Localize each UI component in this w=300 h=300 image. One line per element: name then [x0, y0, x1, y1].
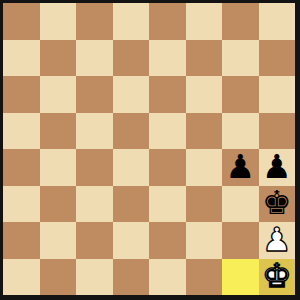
square-h6[interactable] — [259, 76, 296, 113]
square-e8[interactable] — [149, 3, 186, 40]
square-c4[interactable] — [76, 149, 113, 186]
square-g3[interactable] — [222, 186, 259, 223]
square-g5[interactable] — [222, 113, 259, 150]
square-b4[interactable] — [40, 149, 77, 186]
square-h7[interactable] — [259, 40, 296, 77]
square-e4[interactable] — [149, 149, 186, 186]
square-h3[interactable]: ♚ — [259, 186, 296, 223]
chess-board: ♟♟♚♟♚ — [3, 3, 295, 295]
square-b6[interactable] — [40, 76, 77, 113]
square-h2[interactable]: ♟ — [259, 222, 296, 259]
square-d2[interactable] — [113, 222, 150, 259]
square-h8[interactable] — [259, 3, 296, 40]
square-h4[interactable]: ♟ — [259, 149, 296, 186]
square-c1[interactable] — [76, 259, 113, 296]
square-g1[interactable] — [222, 259, 259, 296]
square-e6[interactable] — [149, 76, 186, 113]
square-a4[interactable] — [3, 149, 40, 186]
square-g6[interactable] — [222, 76, 259, 113]
square-g2[interactable] — [222, 222, 259, 259]
square-b8[interactable] — [40, 3, 77, 40]
board-frame: ♟♟♚♟♚ — [0, 0, 300, 300]
piece-white-pawn[interactable]: ♟ — [262, 223, 292, 256]
square-e3[interactable] — [149, 186, 186, 223]
square-a7[interactable] — [3, 40, 40, 77]
square-d7[interactable] — [113, 40, 150, 77]
piece-white-king[interactable]: ♚ — [262, 259, 292, 292]
square-b2[interactable] — [40, 222, 77, 259]
square-a1[interactable] — [3, 259, 40, 296]
square-e5[interactable] — [149, 113, 186, 150]
square-f6[interactable] — [186, 76, 223, 113]
square-c7[interactable] — [76, 40, 113, 77]
square-b7[interactable] — [40, 40, 77, 77]
piece-black-pawn[interactable]: ♟ — [262, 150, 292, 183]
square-d3[interactable] — [113, 186, 150, 223]
square-d6[interactable] — [113, 76, 150, 113]
piece-black-pawn[interactable]: ♟ — [225, 150, 255, 183]
square-g4[interactable]: ♟ — [222, 149, 259, 186]
square-c6[interactable] — [76, 76, 113, 113]
square-c8[interactable] — [76, 3, 113, 40]
square-f7[interactable] — [186, 40, 223, 77]
square-f1[interactable] — [186, 259, 223, 296]
square-d4[interactable] — [113, 149, 150, 186]
piece-black-king[interactable]: ♚ — [262, 186, 292, 219]
square-h1[interactable]: ♚ — [259, 259, 296, 296]
square-a6[interactable] — [3, 76, 40, 113]
square-d8[interactable] — [113, 3, 150, 40]
square-b1[interactable] — [40, 259, 77, 296]
square-c5[interactable] — [76, 113, 113, 150]
square-b3[interactable] — [40, 186, 77, 223]
square-a5[interactable] — [3, 113, 40, 150]
square-b5[interactable] — [40, 113, 77, 150]
square-f5[interactable] — [186, 113, 223, 150]
square-e1[interactable] — [149, 259, 186, 296]
square-d1[interactable] — [113, 259, 150, 296]
square-f2[interactable] — [186, 222, 223, 259]
square-e2[interactable] — [149, 222, 186, 259]
square-a2[interactable] — [3, 222, 40, 259]
square-h5[interactable] — [259, 113, 296, 150]
square-e7[interactable] — [149, 40, 186, 77]
square-f3[interactable] — [186, 186, 223, 223]
square-f4[interactable] — [186, 149, 223, 186]
square-a3[interactable] — [3, 186, 40, 223]
square-g8[interactable] — [222, 3, 259, 40]
square-f8[interactable] — [186, 3, 223, 40]
square-c2[interactable] — [76, 222, 113, 259]
square-c3[interactable] — [76, 186, 113, 223]
square-a8[interactable] — [3, 3, 40, 40]
square-d5[interactable] — [113, 113, 150, 150]
square-g7[interactable] — [222, 40, 259, 77]
